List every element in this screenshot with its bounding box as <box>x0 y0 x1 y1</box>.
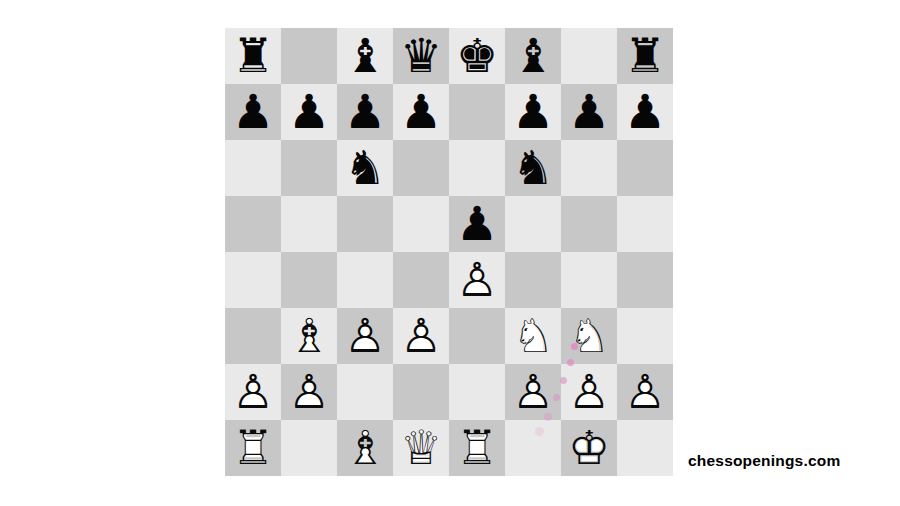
white-piece-outline: ♙ <box>393 308 449 364</box>
black-pawn-piece[interactable]: ♟ <box>617 84 673 140</box>
white-pawn-piece[interactable]: ♟♙ <box>337 308 393 364</box>
black-rook-piece[interactable]: ♜ <box>617 28 673 84</box>
square-f3[interactable]: ♞♘ <box>505 308 561 364</box>
white-king-piece[interactable]: ♚♔ <box>561 420 617 476</box>
white-piece-outline: ♘ <box>561 308 617 364</box>
white-piece-outline: ♙ <box>561 364 617 420</box>
square-a2[interactable]: ♟♙ <box>225 364 281 420</box>
black-pawn-piece[interactable]: ♟ <box>337 84 393 140</box>
square-g8[interactable] <box>561 28 617 84</box>
white-piece-outline: ♗ <box>337 420 393 476</box>
black-pawn-piece[interactable]: ♟ <box>393 84 449 140</box>
square-a4[interactable] <box>225 252 281 308</box>
square-h3[interactable] <box>617 308 673 364</box>
black-queen-piece[interactable]: ♛ <box>393 28 449 84</box>
white-bishop-piece[interactable]: ♝♗ <box>337 420 393 476</box>
white-piece-outline: ♙ <box>337 308 393 364</box>
square-d5[interactable] <box>393 196 449 252</box>
square-e4[interactable]: ♟♙ <box>449 252 505 308</box>
square-a5[interactable] <box>225 196 281 252</box>
square-e8[interactable]: ♚ <box>449 28 505 84</box>
square-g1[interactable]: ♚♔ <box>561 420 617 476</box>
white-pawn-piece[interactable]: ♟♙ <box>561 364 617 420</box>
square-d8[interactable]: ♛ <box>393 28 449 84</box>
square-a6[interactable] <box>225 140 281 196</box>
square-e6[interactable] <box>449 140 505 196</box>
square-f5[interactable] <box>505 196 561 252</box>
square-c5[interactable] <box>337 196 393 252</box>
square-e2[interactable] <box>449 364 505 420</box>
square-h6[interactable] <box>617 140 673 196</box>
square-e7[interactable] <box>449 84 505 140</box>
white-pawn-piece[interactable]: ♟♙ <box>393 308 449 364</box>
square-f2[interactable]: ♟♙ <box>505 364 561 420</box>
white-piece-outline: ♘ <box>505 308 561 364</box>
square-e1[interactable]: ♜♖ <box>449 420 505 476</box>
black-pawn-piece[interactable]: ♟ <box>449 196 505 252</box>
black-king-piece[interactable]: ♚ <box>449 28 505 84</box>
square-b7[interactable]: ♟ <box>281 84 337 140</box>
square-e3[interactable] <box>449 308 505 364</box>
square-g6[interactable] <box>561 140 617 196</box>
white-piece-outline: ♗ <box>281 308 337 364</box>
square-h5[interactable] <box>617 196 673 252</box>
square-a7[interactable]: ♟ <box>225 84 281 140</box>
square-h1[interactable] <box>617 420 673 476</box>
white-pawn-piece[interactable]: ♟♙ <box>617 364 673 420</box>
square-b6[interactable] <box>281 140 337 196</box>
square-d1[interactable]: ♛♕ <box>393 420 449 476</box>
square-b1[interactable] <box>281 420 337 476</box>
white-pawn-piece[interactable]: ♟♙ <box>281 364 337 420</box>
square-h7[interactable]: ♟ <box>617 84 673 140</box>
square-b5[interactable] <box>281 196 337 252</box>
white-knight-piece[interactable]: ♞♘ <box>561 308 617 364</box>
square-c1[interactable]: ♝♗ <box>337 420 393 476</box>
white-piece-outline: ♔ <box>561 420 617 476</box>
white-pawn-piece[interactable]: ♟♙ <box>449 252 505 308</box>
white-bishop-piece[interactable]: ♝♗ <box>281 308 337 364</box>
white-piece-outline: ♖ <box>225 420 281 476</box>
square-c2[interactable] <box>337 364 393 420</box>
square-d3[interactable]: ♟♙ <box>393 308 449 364</box>
square-a8[interactable]: ♜ <box>225 28 281 84</box>
white-knight-piece[interactable]: ♞♘ <box>505 308 561 364</box>
square-f8[interactable]: ♝ <box>505 28 561 84</box>
chess-board: ♜♝♛♚♝♜♟♟♟♟♟♟♟♞♞♟♟♙♝♗♟♙♟♙♞♘♞♘♟♙♟♙♟♙♟♙♟♙♜♖… <box>225 28 673 476</box>
square-f4[interactable] <box>505 252 561 308</box>
square-d6[interactable] <box>393 140 449 196</box>
black-pawn-piece[interactable]: ♟ <box>225 84 281 140</box>
black-pawn-piece[interactable]: ♟ <box>505 84 561 140</box>
square-f7[interactable]: ♟ <box>505 84 561 140</box>
square-f6[interactable]: ♞ <box>505 140 561 196</box>
white-pawn-piece[interactable]: ♟♙ <box>225 364 281 420</box>
white-rook-piece[interactable]: ♜♖ <box>225 420 281 476</box>
square-g5[interactable] <box>561 196 617 252</box>
white-piece-outline: ♙ <box>505 364 561 420</box>
white-rook-piece[interactable]: ♜♖ <box>449 420 505 476</box>
square-g7[interactable]: ♟ <box>561 84 617 140</box>
square-b8[interactable] <box>281 28 337 84</box>
white-piece-outline: ♙ <box>281 364 337 420</box>
square-h4[interactable] <box>617 252 673 308</box>
square-c8[interactable]: ♝ <box>337 28 393 84</box>
square-c4[interactable] <box>337 252 393 308</box>
square-b2[interactable]: ♟♙ <box>281 364 337 420</box>
square-d2[interactable] <box>393 364 449 420</box>
square-h8[interactable]: ♜ <box>617 28 673 84</box>
black-bishop-piece[interactable]: ♝ <box>337 28 393 84</box>
square-c3[interactable]: ♟♙ <box>337 308 393 364</box>
white-pawn-piece[interactable]: ♟♙ <box>505 364 561 420</box>
white-piece-outline: ♕ <box>393 420 449 476</box>
black-rook-piece[interactable]: ♜ <box>225 28 281 84</box>
square-f1[interactable] <box>505 420 561 476</box>
square-b4[interactable] <box>281 252 337 308</box>
white-queen-piece[interactable]: ♛♕ <box>393 420 449 476</box>
square-g4[interactable] <box>561 252 617 308</box>
square-c6[interactable]: ♞ <box>337 140 393 196</box>
square-g3[interactable]: ♞♘ <box>561 308 617 364</box>
square-d7[interactable]: ♟ <box>393 84 449 140</box>
white-piece-outline: ♙ <box>617 364 673 420</box>
square-a1[interactable]: ♜♖ <box>225 420 281 476</box>
white-piece-outline: ♖ <box>449 420 505 476</box>
black-bishop-piece[interactable]: ♝ <box>505 28 561 84</box>
square-g2[interactable]: ♟♙ <box>561 364 617 420</box>
black-pawn-piece[interactable]: ♟ <box>561 84 617 140</box>
white-piece-outline: ♙ <box>225 364 281 420</box>
square-h2[interactable]: ♟♙ <box>617 364 673 420</box>
square-a3[interactable] <box>225 308 281 364</box>
video-frame: ♜♝♛♚♝♜♟♟♟♟♟♟♟♞♞♟♟♙♝♗♟♙♟♙♞♘♞♘♟♙♟♙♟♙♟♙♟♙♜♖… <box>0 0 900 506</box>
watermark-chessopenings: chessopenings.com <box>688 452 840 470</box>
black-knight-piece[interactable]: ♞ <box>505 140 561 196</box>
square-d4[interactable] <box>393 252 449 308</box>
black-knight-piece[interactable]: ♞ <box>337 140 393 196</box>
square-e5[interactable]: ♟ <box>449 196 505 252</box>
square-b3[interactable]: ♝♗ <box>281 308 337 364</box>
white-piece-outline: ♙ <box>449 252 505 308</box>
black-pawn-piece[interactable]: ♟ <box>281 84 337 140</box>
square-c7[interactable]: ♟ <box>337 84 393 140</box>
